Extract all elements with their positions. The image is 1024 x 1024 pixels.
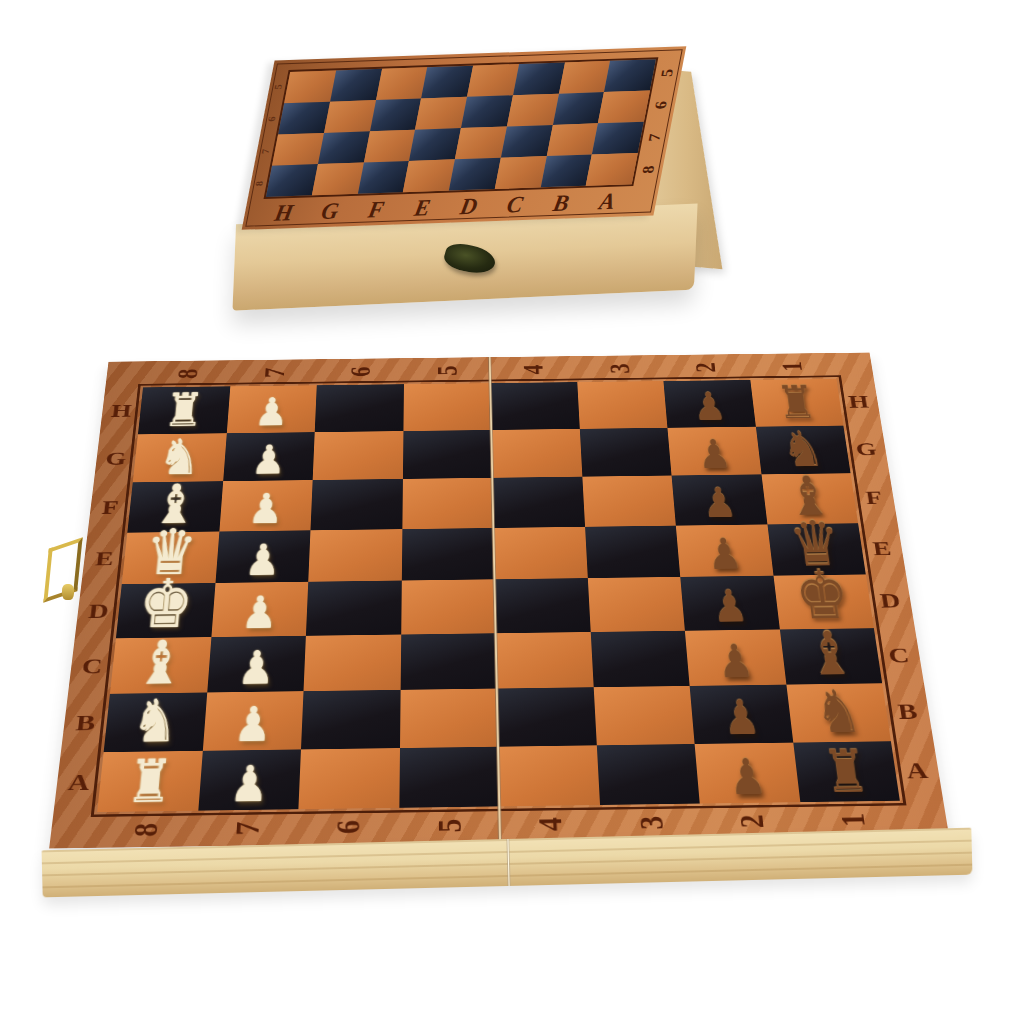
lid-square	[421, 66, 473, 99]
black-knight-piece[interactable]: ♞	[812, 683, 865, 742]
square-A3[interactable]	[596, 744, 699, 805]
square-B4[interactable]	[497, 687, 597, 746]
lid-square	[278, 102, 330, 135]
rank-label: 4	[533, 817, 567, 831]
square-A1[interactable]: ♜	[793, 741, 900, 802]
brass-hinge-latch	[40, 540, 84, 602]
square-F6[interactable]	[310, 479, 402, 530]
square-E6[interactable]	[308, 529, 402, 582]
file-label: F	[864, 488, 883, 508]
rank-label: 1	[835, 813, 871, 827]
black-bishop-piece[interactable]: ♝	[803, 624, 857, 684]
square-A2[interactable]: ♟	[695, 742, 800, 803]
square-E5[interactable]	[401, 528, 494, 581]
file-label: E	[94, 548, 115, 569]
square-B2[interactable]: ♟	[690, 685, 793, 744]
file-label: B	[75, 711, 97, 734]
square-H3[interactable]	[577, 381, 668, 429]
lid-square	[467, 64, 519, 97]
square-E4[interactable]	[493, 526, 587, 579]
black-pawn-piece[interactable]: ♟	[715, 639, 755, 685]
square-H8[interactable]: ♜	[138, 386, 230, 434]
black-pawn-piece[interactable]: ♟	[726, 753, 768, 803]
square-C4[interactable]	[496, 632, 594, 689]
rank-label: 6	[346, 366, 375, 376]
file-label: B	[896, 700, 919, 723]
white-bishop-piece[interactable]: ♝	[135, 633, 187, 694]
file-label: G	[854, 439, 877, 458]
square-E7[interactable]: ♟	[215, 530, 310, 583]
file-label: H	[847, 393, 870, 411]
square-C3[interactable]	[590, 630, 689, 687]
white-pawn-piece[interactable]: ♟	[248, 489, 284, 531]
square-C6[interactable]	[304, 634, 401, 691]
rank-label: 7	[230, 821, 265, 835]
square-E3[interactable]	[585, 525, 681, 578]
black-pawn-piece[interactable]: ♟	[721, 695, 762, 743]
square-G7[interactable]: ♟	[223, 432, 315, 481]
square-H4[interactable]	[490, 382, 579, 430]
file-label: F	[101, 497, 120, 517]
square-H6[interactable]	[315, 384, 404, 432]
square-F2[interactable]: ♟	[672, 474, 767, 525]
lid-square	[604, 59, 656, 92]
square-G2[interactable]: ♟	[667, 426, 761, 475]
black-pawn-piece[interactable]: ♟	[710, 585, 749, 630]
white-pawn-piece[interactable]: ♟	[241, 591, 279, 636]
black-pawn-piece[interactable]: ♟	[691, 388, 727, 427]
white-pawn-piece[interactable]: ♟	[229, 760, 269, 810]
lid-rank-label: 6	[265, 116, 277, 121]
square-A7[interactable]: ♟	[198, 749, 301, 811]
rank-label: 2	[690, 362, 720, 372]
square-D7[interactable]: ♟	[211, 582, 308, 637]
square-D6[interactable]	[306, 581, 401, 636]
lid-square	[558, 61, 610, 94]
black-pawn-piece[interactable]: ♟	[705, 533, 744, 576]
square-H1[interactable]: ♜	[750, 379, 843, 426]
lid-square	[507, 94, 559, 127]
open-chess-board: ♜♟♟♜♞♟♟♞♝♟♟♝♛♟♟♛♚♟♟♚♝♟♟♝♞♟♟♞♜♟♟♜ 8765432…	[40, 142, 984, 932]
square-C1[interactable]: ♝	[779, 628, 882, 685]
square-A4[interactable]	[498, 745, 600, 806]
rank-label: 3	[604, 363, 634, 373]
rank-label: 5	[432, 365, 461, 375]
square-B6[interactable]	[301, 690, 400, 749]
product-photo-scene: HGFEDCBA 5678 5678 ♜♟♟♜♞♟♟♞♝♟♟♝♛♟♟♛♚♟♟♚♝…	[0, 0, 1024, 1024]
white-pawn-piece[interactable]: ♟	[237, 645, 275, 692]
square-F4[interactable]	[492, 477, 584, 528]
rank-label: 5	[432, 818, 466, 832]
edge-fold-seam	[506, 839, 510, 886]
square-A8[interactable]: ♜	[97, 750, 202, 812]
lid-square	[370, 98, 422, 131]
square-C8[interactable]: ♝	[110, 637, 211, 694]
file-label: A	[67, 770, 91, 794]
file-label: C	[81, 655, 104, 677]
lid-rank-label: 5	[657, 69, 677, 78]
lid-square	[376, 67, 428, 100]
white-rook-piece[interactable]: ♜	[163, 388, 206, 434]
square-B7[interactable]: ♟	[202, 691, 303, 750]
lid-square	[552, 92, 604, 125]
rank-label: 6	[331, 820, 365, 834]
square-F3[interactable]	[582, 476, 676, 527]
file-label: C	[887, 644, 911, 666]
lid-square	[513, 62, 565, 95]
square-G3[interactable]	[579, 427, 671, 476]
lid-rank-label: 5	[271, 84, 283, 89]
file-label: A	[904, 758, 929, 782]
square-D2[interactable]: ♟	[680, 576, 779, 631]
lid-rank-label: 6	[651, 101, 671, 110]
square-H7[interactable]: ♟	[226, 385, 316, 433]
white-knight-piece[interactable]: ♞	[130, 692, 180, 752]
lid-square	[461, 95, 513, 128]
square-C5[interactable]	[400, 633, 497, 690]
rank-label: 7	[259, 368, 289, 378]
file-label: D	[878, 590, 901, 611]
square-G5[interactable]	[402, 430, 492, 479]
lid-square	[284, 70, 336, 103]
square-D5[interactable]	[401, 579, 496, 634]
rank-label: 2	[734, 814, 769, 828]
lid-square	[598, 90, 650, 123]
white-pawn-piece[interactable]: ♟	[251, 440, 286, 480]
square-C7[interactable]: ♟	[207, 635, 306, 692]
square-B1[interactable]: ♞	[786, 683, 891, 742]
board-surface: ♜♟♟♜♞♟♟♞♝♟♟♝♛♟♟♛♚♟♟♚♝♟♟♝♞♟♟♞♜♟♟♜ 8765432…	[49, 353, 949, 849]
square-B8[interactable]: ♞	[104, 692, 207, 751]
square-A5[interactable]	[399, 746, 499, 807]
white-pawn-piece[interactable]: ♟	[244, 539, 281, 582]
file-label: H	[110, 402, 132, 421]
square-H5[interactable]	[403, 383, 491, 431]
rank-label: 8	[173, 369, 203, 379]
white-rook-piece[interactable]: ♜	[125, 752, 174, 812]
black-rook-piece[interactable]: ♜	[820, 742, 872, 801]
square-B3[interactable]	[593, 686, 694, 745]
square-D4[interactable]	[494, 578, 590, 633]
black-rook-piece[interactable]: ♜	[774, 380, 819, 426]
square-F7[interactable]: ♟	[219, 480, 313, 531]
square-B5[interactable]	[400, 689, 498, 748]
square-D3[interactable]	[587, 577, 684, 632]
lid-rank-label: 7	[645, 133, 665, 142]
square-C2[interactable]: ♟	[685, 629, 786, 686]
rank-label: 8	[128, 823, 163, 837]
white-pawn-piece[interactable]: ♟	[233, 701, 272, 749]
hinge-pin	[62, 584, 74, 600]
square-G4[interactable]	[491, 429, 582, 478]
file-label: D	[87, 600, 110, 621]
white-pawn-piece[interactable]: ♟	[254, 393, 289, 432]
rank-label: 3	[634, 816, 669, 830]
square-G6[interactable]	[313, 431, 403, 480]
lid-square	[324, 100, 376, 133]
square-A6[interactable]	[298, 748, 399, 810]
square-E2[interactable]: ♟	[676, 524, 773, 577]
black-pawn-piece[interactable]: ♟	[701, 483, 739, 525]
lid-square	[415, 97, 467, 130]
rank-label: 1	[776, 361, 806, 371]
square-F5[interactable]	[402, 478, 493, 529]
rank-label: 4	[518, 364, 547, 374]
square-H2[interactable]: ♟	[663, 380, 755, 427]
black-pawn-piece[interactable]: ♟	[696, 435, 733, 475]
lid-square	[330, 69, 382, 102]
file-label: E	[871, 538, 892, 558]
file-label: G	[105, 449, 128, 468]
